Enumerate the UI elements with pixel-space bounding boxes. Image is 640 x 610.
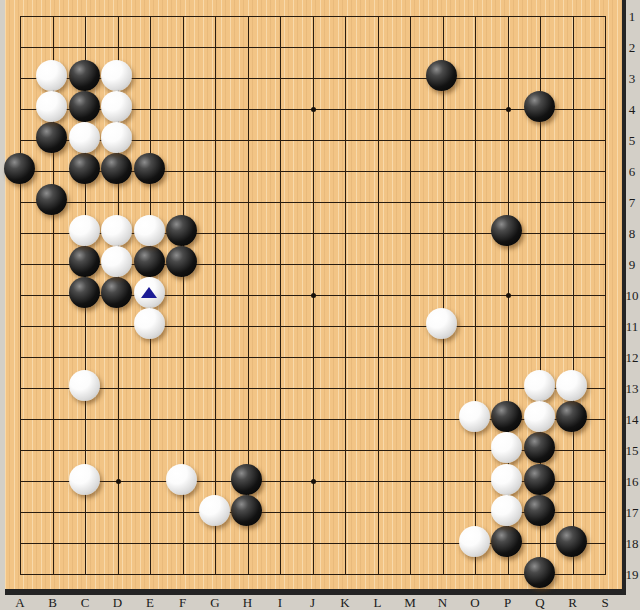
black-stone xyxy=(166,215,197,246)
go-client-window: ABCDEFGHIJKLMNOPQRS 12345678910111213141… xyxy=(0,0,640,610)
white-stone xyxy=(101,122,132,153)
white-stone xyxy=(491,432,522,463)
grid-line-horizontal xyxy=(20,357,606,358)
last-move-triangle-marker xyxy=(141,287,157,298)
white-stone xyxy=(134,215,165,246)
black-stone xyxy=(524,432,555,463)
column-label-I: I xyxy=(278,596,282,609)
row-label-2: 2 xyxy=(629,40,636,53)
white-stone xyxy=(459,401,490,432)
row-label-3: 3 xyxy=(629,71,636,84)
grid-line-vertical xyxy=(605,16,606,576)
row-label-10: 10 xyxy=(626,288,639,301)
row-label-18: 18 xyxy=(626,537,639,550)
white-stone xyxy=(199,495,230,526)
column-label-H: H xyxy=(243,596,252,609)
column-label-K: K xyxy=(340,596,349,609)
column-label-R: R xyxy=(568,596,577,609)
grid-line-horizontal xyxy=(20,574,606,575)
white-stone xyxy=(524,370,555,401)
black-stone xyxy=(69,246,100,277)
row-label-8: 8 xyxy=(629,226,636,239)
column-label-B: B xyxy=(48,596,57,609)
white-stone xyxy=(491,464,522,495)
black-stone xyxy=(231,495,262,526)
star-point xyxy=(311,107,316,112)
black-stone xyxy=(4,153,35,184)
black-stone xyxy=(491,401,522,432)
row-label-15: 15 xyxy=(626,443,639,456)
column-label-E: E xyxy=(146,596,154,609)
row-label-14: 14 xyxy=(626,412,639,425)
grid-line-vertical xyxy=(475,16,476,576)
white-stone xyxy=(36,60,67,91)
white-stone xyxy=(69,464,100,495)
column-label-L: L xyxy=(374,596,382,609)
go-board-surface[interactable] xyxy=(5,0,626,595)
white-stone xyxy=(101,60,132,91)
white-stone xyxy=(101,91,132,122)
row-label-12: 12 xyxy=(626,350,639,363)
star-point xyxy=(506,107,511,112)
column-label-P: P xyxy=(504,596,511,609)
black-stone xyxy=(69,91,100,122)
white-stone xyxy=(556,370,587,401)
column-label-A: A xyxy=(15,596,24,609)
white-stone xyxy=(166,464,197,495)
white-stone xyxy=(36,91,67,122)
white-stone xyxy=(69,370,100,401)
black-stone xyxy=(231,464,262,495)
column-label-M: M xyxy=(404,596,416,609)
column-label-C: C xyxy=(81,596,90,609)
column-label-G: G xyxy=(210,596,219,609)
black-stone xyxy=(491,526,522,557)
column-label-O: O xyxy=(470,596,479,609)
black-stone xyxy=(101,153,132,184)
grid-line-horizontal xyxy=(20,326,606,327)
white-stone xyxy=(101,246,132,277)
white-stone xyxy=(134,308,165,339)
row-label-17: 17 xyxy=(626,506,639,519)
black-stone xyxy=(101,277,132,308)
column-label-Q: Q xyxy=(535,596,544,609)
column-label-N: N xyxy=(438,596,447,609)
black-stone xyxy=(134,153,165,184)
column-label-J: J xyxy=(310,596,315,609)
black-stone xyxy=(69,60,100,91)
black-stone xyxy=(524,557,555,588)
row-label-6: 6 xyxy=(629,164,636,177)
row-label-4: 4 xyxy=(629,102,636,115)
black-stone xyxy=(134,246,165,277)
grid-line-vertical xyxy=(410,16,411,576)
grid-line-vertical xyxy=(443,16,444,576)
black-stone xyxy=(36,184,67,215)
star-point xyxy=(311,479,316,484)
row-label-7: 7 xyxy=(629,195,636,208)
row-label-5: 5 xyxy=(629,133,636,146)
black-stone xyxy=(556,526,587,557)
column-label-D: D xyxy=(113,596,122,609)
white-stone xyxy=(459,526,490,557)
white-stone xyxy=(101,215,132,246)
white-stone xyxy=(491,495,522,526)
white-stone xyxy=(69,122,100,153)
white-stone xyxy=(69,215,100,246)
column-label-S: S xyxy=(601,596,608,609)
black-stone xyxy=(524,91,555,122)
star-point xyxy=(506,293,511,298)
row-label-16: 16 xyxy=(626,475,639,488)
grid-line-vertical xyxy=(573,16,574,576)
white-stone xyxy=(426,308,457,339)
black-stone xyxy=(491,215,522,246)
black-stone xyxy=(556,401,587,432)
row-label-9: 9 xyxy=(629,257,636,270)
black-stone xyxy=(166,246,197,277)
black-stone xyxy=(69,153,100,184)
row-label-1: 1 xyxy=(629,9,636,22)
grid-line-horizontal xyxy=(20,388,606,389)
row-label-11: 11 xyxy=(626,319,639,332)
row-label-19: 19 xyxy=(626,568,639,581)
grid-line-vertical xyxy=(378,16,379,576)
star-point xyxy=(311,293,316,298)
row-label-13: 13 xyxy=(626,381,639,394)
black-stone xyxy=(524,495,555,526)
white-stone xyxy=(524,401,555,432)
grid-line-vertical xyxy=(345,16,346,576)
black-stone xyxy=(69,277,100,308)
black-stone xyxy=(524,464,555,495)
black-stone xyxy=(36,122,67,153)
column-label-F: F xyxy=(179,596,186,609)
black-stone xyxy=(426,60,457,91)
star-point xyxy=(116,479,121,484)
